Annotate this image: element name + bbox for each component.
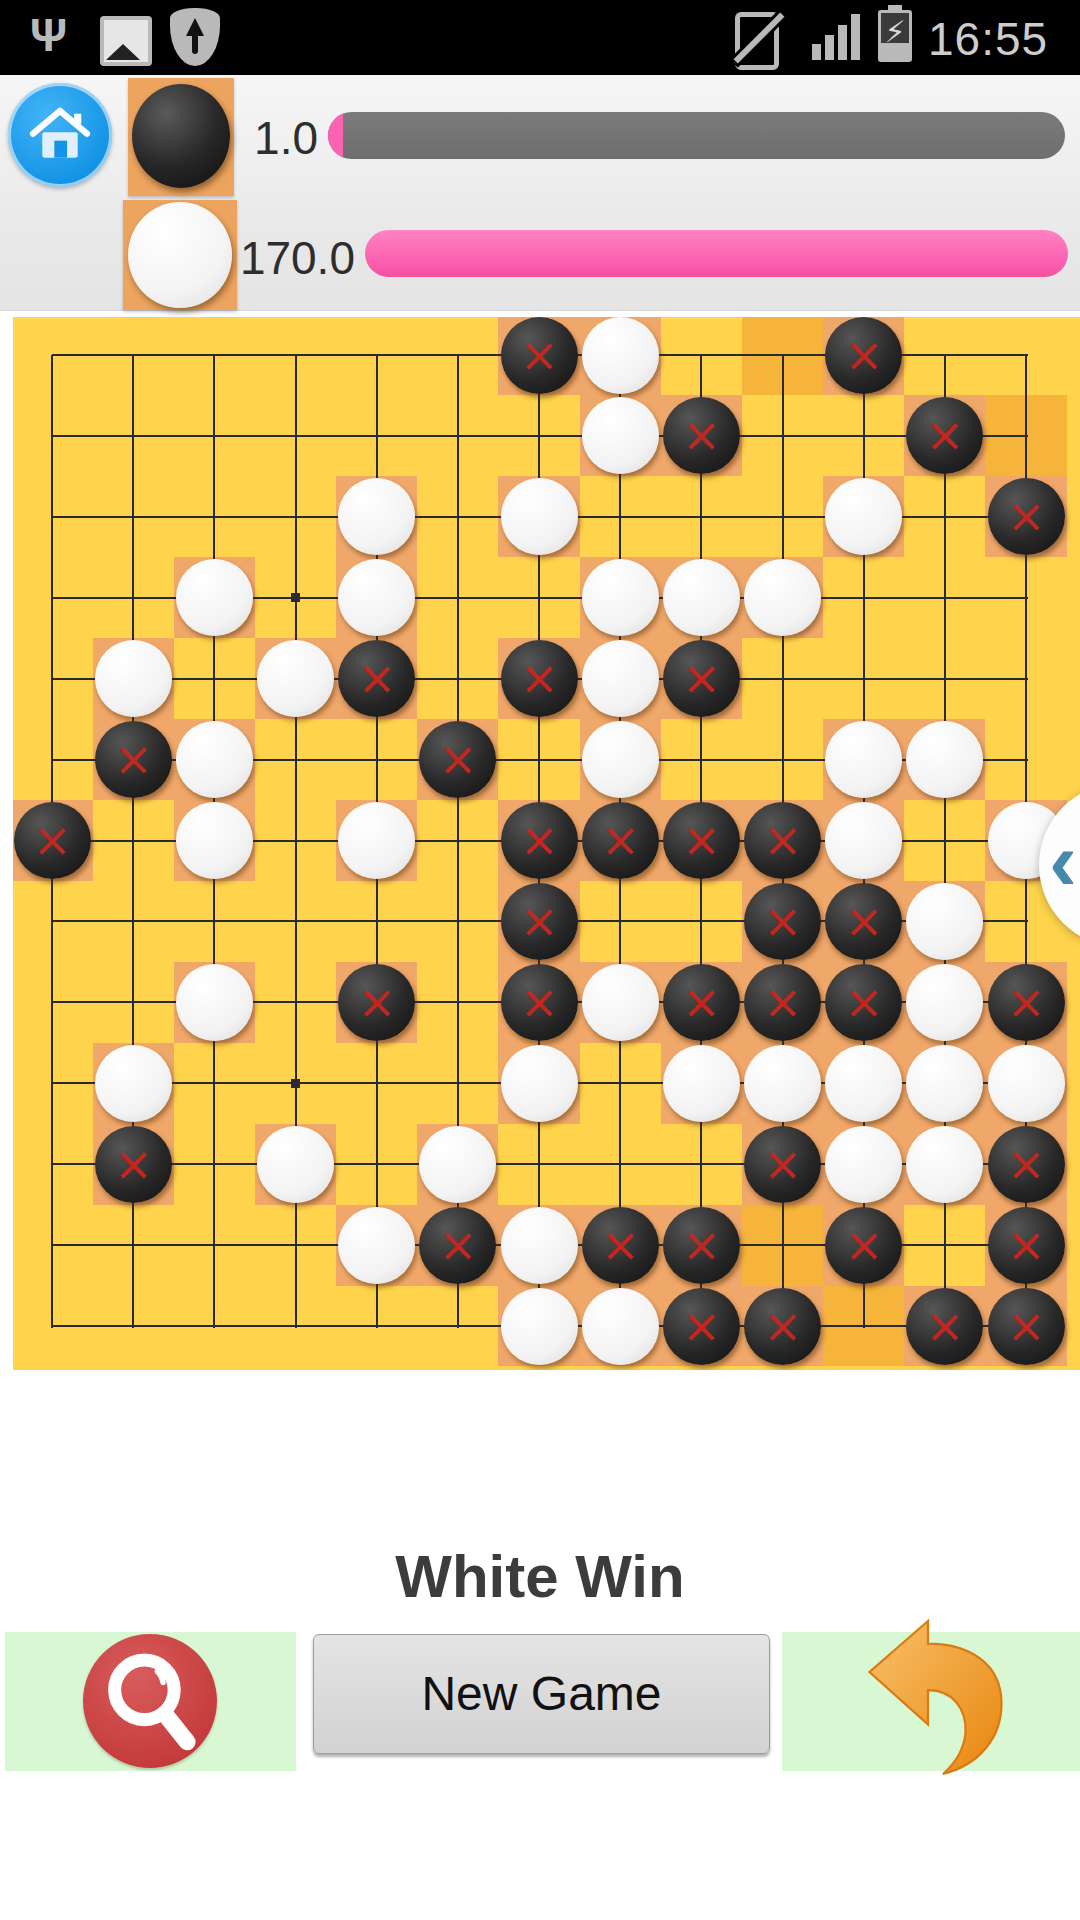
board-point-c2-r1[interactable]: [95, 317, 172, 394]
board-point-c13-r12[interactable]: ×: [988, 1207, 1065, 1284]
board-point-c12-r1[interactable]: [906, 317, 983, 394]
undo-arrow-icon: [865, 1618, 1015, 1783]
board-point-c12-r7[interactable]: [906, 802, 983, 879]
board-point-c4-r2[interactable]: [257, 397, 334, 474]
white-stone: [338, 478, 415, 555]
white-stone: [501, 1207, 578, 1284]
board-point-c7-r5[interactable]: ×: [501, 640, 578, 717]
board-point-c2-r8[interactable]: [95, 883, 172, 960]
board-point-c13-r2[interactable]: [988, 397, 1065, 474]
board-point-c8-r8[interactable]: [582, 883, 659, 960]
white-stone: [906, 1126, 983, 1203]
dead-stone-mark: ×: [744, 1288, 821, 1365]
white-stone: [338, 1207, 415, 1284]
board-point-c1-r6[interactable]: [14, 721, 91, 798]
board-point-c7-r12[interactable]: [501, 1207, 578, 1284]
board-point-c3-r3[interactable]: [176, 478, 253, 555]
white-stone: [176, 802, 253, 879]
board-point-c2-r5[interactable]: [95, 640, 172, 717]
white-stone: [257, 1126, 334, 1203]
board-point-c8-r9[interactable]: [582, 964, 659, 1041]
dead-stone-mark: ×: [988, 1126, 1065, 1203]
dead-stone-mark: ×: [501, 317, 578, 394]
usb-icon: Ψ: [30, 8, 67, 62]
board-point-c2-r4[interactable]: [95, 559, 172, 636]
signal-bar: [812, 44, 821, 60]
battery-cap: [888, 5, 902, 10]
battery-charging-icon: ⚡: [878, 10, 912, 62]
board-point-c9-r5[interactable]: ×: [663, 640, 740, 717]
board-point-c10-r6[interactable]: [744, 721, 821, 798]
signal-bar: [825, 35, 834, 60]
board-point-c13-r4[interactable]: [988, 559, 1065, 636]
board-point-c7-r13[interactable]: [501, 1288, 578, 1365]
board-point-c6-r10[interactable]: [419, 1045, 496, 1122]
dead-stone-mark: ×: [95, 721, 172, 798]
board-point-c9-r10[interactable]: [663, 1045, 740, 1122]
board-point-c1-r3[interactable]: [14, 478, 91, 555]
dead-stone-mark: ×: [95, 1126, 172, 1203]
board-point-c10-r13[interactable]: ×: [744, 1288, 821, 1365]
result-title: White Win: [0, 1542, 1080, 1611]
magnifier-icon: [83, 1634, 217, 1768]
white-stone: [501, 478, 578, 555]
dead-stone-mark: ×: [501, 964, 578, 1041]
board-point-c7-r10[interactable]: [501, 1045, 578, 1122]
board-point-c6-r9[interactable]: [419, 964, 496, 1041]
board-point-c5-r1[interactable]: [338, 317, 415, 394]
board-point-c2-r13[interactable]: [95, 1288, 172, 1365]
board-point-c6-r5[interactable]: [419, 640, 496, 717]
board-point-c7-r1[interactable]: ×: [501, 317, 578, 394]
white-stone: [501, 1288, 578, 1365]
white-stone: [663, 1045, 740, 1122]
dead-stone-mark: ×: [988, 1288, 1065, 1365]
dead-stone-mark: ×: [663, 964, 740, 1041]
board-point-c1-r11[interactable]: [14, 1126, 91, 1203]
board-point-c11-r1[interactable]: ×: [825, 317, 902, 394]
vibrate-slash: [734, 13, 785, 64]
black-score-bar: [328, 112, 1065, 159]
dead-stone-mark: ×: [825, 1207, 902, 1284]
score-panel: 1.0 170.0: [0, 75, 1080, 311]
board-point-c5-r8[interactable]: [338, 883, 415, 960]
board-point-c7-r7[interactable]: ×: [501, 802, 578, 879]
board-point-c12-r12[interactable]: [906, 1207, 983, 1284]
gallery-icon: [100, 16, 152, 66]
board-point-c13-r1[interactable]: [988, 317, 1065, 394]
board-point-c2-r3[interactable]: [95, 478, 172, 555]
board-point-c9-r1[interactable]: [663, 317, 740, 394]
dead-stone-mark: ×: [663, 802, 740, 879]
board-point-c1-r8[interactable]: [14, 883, 91, 960]
white-stone: [338, 802, 415, 879]
board-point-c3-r5[interactable]: [176, 640, 253, 717]
board-point-c1-r4[interactable]: [14, 559, 91, 636]
board-point-c9-r12[interactable]: ×: [663, 1207, 740, 1284]
board-point-c13-r10[interactable]: [988, 1045, 1065, 1122]
board-point-c10-r2[interactable]: [744, 397, 821, 474]
white-stone: [906, 1045, 983, 1122]
dead-stone-mark: ×: [744, 1126, 821, 1203]
dead-stone-mark: ×: [988, 1207, 1065, 1284]
white-stone: [825, 802, 902, 879]
board-point-c6-r12[interactable]: ×: [419, 1207, 496, 1284]
chevron-left-icon: ‹: [1049, 783, 1077, 947]
board-point-c13-r9[interactable]: ×: [988, 964, 1065, 1041]
board-point-c9-r2[interactable]: ×: [663, 397, 740, 474]
board-point-c13-r5[interactable]: [988, 640, 1065, 717]
board-point-c9-r7[interactable]: ×: [663, 802, 740, 879]
board-point-c11-r2[interactable]: [825, 397, 902, 474]
board-point-c9-r11[interactable]: [663, 1126, 740, 1203]
white-stone: [906, 721, 983, 798]
board-point-c9-r6[interactable]: [663, 721, 740, 798]
board-point-c10-r8[interactable]: ×: [744, 883, 821, 960]
dead-stone-mark: ×: [582, 1207, 659, 1284]
dead-stone-mark: ×: [501, 640, 578, 717]
board-point-c6-r4[interactable]: [419, 559, 496, 636]
gallery-mountain: [106, 44, 140, 60]
board-point-c10-r4[interactable]: [744, 559, 821, 636]
shield-update-icon: [170, 8, 220, 66]
board-point-c8-r2[interactable]: [582, 397, 659, 474]
board-point-c2-r9[interactable]: [95, 964, 172, 1041]
board-point-c4-r4[interactable]: [257, 559, 334, 636]
board-point-c3-r1[interactable]: [176, 317, 253, 394]
black-score: 1.0: [200, 111, 318, 165]
dead-stone-mark: ×: [501, 802, 578, 879]
board-point-c8-r5[interactable]: [582, 640, 659, 717]
board-point-c10-r12[interactable]: [744, 1207, 821, 1284]
dead-stone-mark: ×: [419, 721, 496, 798]
dead-stone-mark: ×: [419, 1207, 496, 1284]
board-point-c3-r6[interactable]: [176, 721, 253, 798]
board-point-c6-r3[interactable]: [419, 478, 496, 555]
white-stone: [906, 964, 983, 1041]
board-point-c8-r3[interactable]: [582, 478, 659, 555]
white-score-bar: [365, 230, 1068, 277]
board-point-c4-r1[interactable]: [257, 317, 334, 394]
board-point-c7-r6[interactable]: [501, 721, 578, 798]
board-point-c6-r13[interactable]: [419, 1288, 496, 1365]
board-point-c2-r2[interactable]: [95, 397, 172, 474]
dead-stone-mark: ×: [582, 802, 659, 879]
board-point-c2-r12[interactable]: [95, 1207, 172, 1284]
board-point-c4-r5[interactable]: [257, 640, 334, 717]
board-point-c6-r11[interactable]: [419, 1126, 496, 1203]
black-score-bar-fill: [328, 112, 343, 159]
board-point-c8-r13[interactable]: [582, 1288, 659, 1365]
dead-stone-mark: ×: [663, 1288, 740, 1365]
white-stone: [744, 1045, 821, 1122]
dead-stone-mark: ×: [825, 964, 902, 1041]
board-point-c10-r7[interactable]: ×: [744, 802, 821, 879]
board-point-c2-r11[interactable]: ×: [95, 1126, 172, 1203]
board-point-c4-r11[interactable]: [257, 1126, 334, 1203]
board-point-c3-r13[interactable]: [176, 1288, 253, 1365]
board-point-c3-r8[interactable]: [176, 883, 253, 960]
board-point-c8-r10[interactable]: [582, 1045, 659, 1122]
dead-stone-mark: ×: [988, 478, 1065, 555]
board-point-c3-r11[interactable]: [176, 1126, 253, 1203]
board-point-c12-r5[interactable]: [906, 640, 983, 717]
board-point-c10-r11[interactable]: ×: [744, 1126, 821, 1203]
board-point-c3-r12[interactable]: [176, 1207, 253, 1284]
board-point-c2-r7[interactable]: [95, 802, 172, 879]
board-point-c7-r8[interactable]: ×: [501, 883, 578, 960]
dead-stone-mark: ×: [988, 964, 1065, 1041]
go-board: ××××××××××××××××××××××××××××××××××××: [13, 317, 1080, 1370]
dead-stone-mark: ×: [663, 1207, 740, 1284]
board-point-c6-r7[interactable]: [419, 802, 496, 879]
status-bar: Ψ ⚡ 16:55: [0, 0, 1080, 75]
board-point-c8-r4[interactable]: [582, 559, 659, 636]
board-point-c11-r6[interactable]: [825, 721, 902, 798]
board-point-c4-r3[interactable]: [257, 478, 334, 555]
board-point-c12-r8[interactable]: [906, 883, 983, 960]
board-point-c7-r9[interactable]: ×: [501, 964, 578, 1041]
dead-stone-mark: ×: [663, 397, 740, 474]
white-stone: [988, 1045, 1065, 1122]
board-point-c5-r9[interactable]: ×: [338, 964, 415, 1041]
board-point-c11-r11[interactable]: [825, 1126, 902, 1203]
board-point-c3-r7[interactable]: [176, 802, 253, 879]
white-stone: [582, 559, 659, 636]
new-game-button[interactable]: New Game: [313, 1634, 770, 1754]
board-point-c9-r3[interactable]: [663, 478, 740, 555]
white-stone: [176, 559, 253, 636]
battery-bolt-icon: ⚡: [878, 14, 912, 49]
board-point-c4-r12[interactable]: [257, 1207, 334, 1284]
board-point-c4-r7[interactable]: [257, 802, 334, 879]
dead-stone-mark: ×: [338, 964, 415, 1041]
white-stone: [338, 559, 415, 636]
board-point-c11-r4[interactable]: [825, 559, 902, 636]
home-icon: [26, 101, 94, 169]
board-point-c5-r13[interactable]: [338, 1288, 415, 1365]
white-stone: [744, 559, 821, 636]
board-point-c6-r8[interactable]: [419, 883, 496, 960]
board-point-c11-r3[interactable]: [825, 478, 902, 555]
white-stone: [582, 640, 659, 717]
white-stone: [825, 721, 902, 798]
home-button[interactable]: [8, 83, 112, 187]
board-point-c3-r10[interactable]: [176, 1045, 253, 1122]
vibrate-mute-icon: [735, 12, 779, 70]
board-point-c3-r2[interactable]: [176, 397, 253, 474]
board-point-c12-r10[interactable]: [906, 1045, 983, 1122]
white-stone: [501, 1045, 578, 1122]
board-point-c13-r11[interactable]: ×: [988, 1126, 1065, 1203]
white-stone: [582, 721, 659, 798]
board-point-c2-r6[interactable]: ×: [95, 721, 172, 798]
board-point-c4-r9[interactable]: [257, 964, 334, 1041]
dead-stone-mark: ×: [825, 883, 902, 960]
dead-stone-mark: ×: [14, 802, 91, 879]
board-point-c5-r7[interactable]: [338, 802, 415, 879]
board-point-c1-r10[interactable]: [14, 1045, 91, 1122]
board-point-c7-r3[interactable]: [501, 478, 578, 555]
board-point-c5-r10[interactable]: [338, 1045, 415, 1122]
board-point-c11-r10[interactable]: [825, 1045, 902, 1122]
board-point-c9-r4[interactable]: [663, 559, 740, 636]
signal-strength-icon: [812, 14, 864, 60]
board-point-c11-r7[interactable]: [825, 802, 902, 879]
signal-bar: [838, 25, 847, 60]
board-point-c3-r4[interactable]: [176, 559, 253, 636]
board-point-c4-r6[interactable]: [257, 721, 334, 798]
board-point-c12-r11[interactable]: [906, 1126, 983, 1203]
board-point-c11-r5[interactable]: [825, 640, 902, 717]
board-point-c4-r8[interactable]: [257, 883, 334, 960]
board-point-c3-r9[interactable]: [176, 964, 253, 1041]
board-point-c1-r2[interactable]: [14, 397, 91, 474]
board-point-c5-r6[interactable]: [338, 721, 415, 798]
board-point-c11-r8[interactable]: ×: [825, 883, 902, 960]
dead-stone-mark: ×: [501, 883, 578, 960]
board-point-c10-r9[interactable]: ×: [744, 964, 821, 1041]
white-stone: [176, 721, 253, 798]
white-score: 170.0: [200, 231, 355, 285]
board-point-c8-r11[interactable]: [582, 1126, 659, 1203]
board-point-c6-r1[interactable]: [419, 317, 496, 394]
board-point-c8-r7[interactable]: ×: [582, 802, 659, 879]
white-stone: [906, 883, 983, 960]
white-stone: [582, 964, 659, 1041]
board-point-c10-r1[interactable]: [744, 317, 821, 394]
board-point-c12-r13[interactable]: ×: [906, 1288, 983, 1365]
board-point-c8-r1[interactable]: [582, 317, 659, 394]
white-stone: [582, 1288, 659, 1365]
board-point-c12-r3[interactable]: [906, 478, 983, 555]
dead-stone-mark: ×: [744, 883, 821, 960]
board-point-c6-r6[interactable]: ×: [419, 721, 496, 798]
board-point-c6-r2[interactable]: [419, 397, 496, 474]
board-point-c10-r5[interactable]: [744, 640, 821, 717]
white-stone: [176, 964, 253, 1041]
board-point-c11-r9[interactable]: ×: [825, 964, 902, 1041]
board-point-c7-r4[interactable]: [501, 559, 578, 636]
board-point-c2-r10[interactable]: [95, 1045, 172, 1122]
board-point-c5-r11[interactable]: [338, 1126, 415, 1203]
review-search-button[interactable]: [83, 1634, 217, 1768]
white-stone: [663, 559, 740, 636]
board-point-c12-r9[interactable]: [906, 964, 983, 1041]
dead-stone-mark: ×: [338, 640, 415, 717]
board-point-c12-r6[interactable]: [906, 721, 983, 798]
board-point-c5-r2[interactable]: [338, 397, 415, 474]
shield-arrow: [186, 18, 204, 36]
board-point-c9-r9[interactable]: ×: [663, 964, 740, 1041]
board-point-c5-r12[interactable]: [338, 1207, 415, 1284]
board-point-c4-r10[interactable]: [257, 1045, 334, 1122]
white-stone: [419, 1126, 496, 1203]
board-point-c11-r13[interactable]: [825, 1288, 902, 1365]
board-point-c8-r6[interactable]: [582, 721, 659, 798]
board-point-c12-r4[interactable]: [906, 559, 983, 636]
board-point-c5-r4[interactable]: [338, 559, 415, 636]
board-point-c10-r10[interactable]: [744, 1045, 821, 1122]
board-point-c1-r9[interactable]: [14, 964, 91, 1041]
board-point-c1-r12[interactable]: [14, 1207, 91, 1284]
board-point-c12-r2[interactable]: ×: [906, 397, 983, 474]
board-point-c9-r13[interactable]: ×: [663, 1288, 740, 1365]
white-stone: [825, 1045, 902, 1122]
dead-stone-mark: ×: [906, 397, 983, 474]
white-stone: [825, 478, 902, 555]
undo-button[interactable]: [865, 1618, 1015, 1783]
board-point-c9-r8[interactable]: [663, 883, 740, 960]
white-stone: [257, 640, 334, 717]
status-clock: 16:55: [928, 12, 1048, 66]
white-stone: [95, 640, 172, 717]
board-point-c8-r12[interactable]: ×: [582, 1207, 659, 1284]
white-stone: [582, 317, 659, 394]
board-point-c7-r11[interactable]: [501, 1126, 578, 1203]
board-point-c5-r5[interactable]: ×: [338, 640, 415, 717]
board-point-c1-r1[interactable]: [14, 317, 91, 394]
board-point-c1-r5[interactable]: [14, 640, 91, 717]
board-point-c13-r13[interactable]: ×: [988, 1288, 1065, 1365]
white-stone: [825, 1126, 902, 1203]
signal-bar: [851, 14, 860, 60]
app-screen: Ψ ⚡ 16:55: [0, 0, 1080, 1920]
board-point-c11-r12[interactable]: ×: [825, 1207, 902, 1284]
dead-stone-mark: ×: [744, 964, 821, 1041]
dead-stone-mark: ×: [744, 802, 821, 879]
board-point-c1-r7[interactable]: ×: [14, 802, 91, 879]
board-point-c7-r2[interactable]: [501, 397, 578, 474]
dead-stone-mark: ×: [906, 1288, 983, 1365]
board-point-c10-r3[interactable]: [744, 478, 821, 555]
board-point-c13-r3[interactable]: ×: [988, 478, 1065, 555]
white-stone: [95, 1045, 172, 1122]
dead-stone-mark: ×: [663, 640, 740, 717]
dead-stone-mark: ×: [825, 317, 902, 394]
white-stone: [582, 397, 659, 474]
board-point-c1-r13[interactable]: [14, 1288, 91, 1365]
board-point-c4-r13[interactable]: [257, 1288, 334, 1365]
board-point-c5-r3[interactable]: [338, 478, 415, 555]
